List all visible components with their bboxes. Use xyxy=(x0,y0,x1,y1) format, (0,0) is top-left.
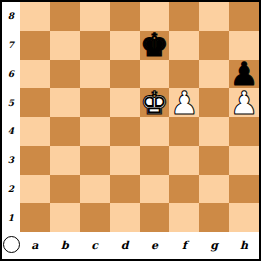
square-h5[interactable]: ♟ xyxy=(229,88,259,117)
square-f2[interactable] xyxy=(169,175,199,204)
square-h4[interactable] xyxy=(229,117,259,146)
white-king[interactable]: ♚ xyxy=(140,89,169,117)
square-d6[interactable] xyxy=(110,60,140,89)
square-b1[interactable] xyxy=(50,203,80,232)
square-g1[interactable] xyxy=(199,203,229,232)
square-c5[interactable] xyxy=(80,88,110,117)
rank-labels: 87654321 xyxy=(2,2,20,232)
rank-label-1: 1 xyxy=(2,203,20,232)
square-a7[interactable] xyxy=(20,31,50,60)
rank-label-7: 7 xyxy=(2,31,20,60)
chess-board: ♚♟♚♟♟ xyxy=(20,2,259,232)
square-d4[interactable] xyxy=(110,117,140,146)
chess-diagram: 87654321 ♚♟♚♟♟ abcdefgh xyxy=(0,0,261,261)
square-e7[interactable]: ♚ xyxy=(140,31,170,60)
rank-label-4: 4 xyxy=(2,117,20,146)
rank-label-3: 3 xyxy=(2,146,20,175)
black-king[interactable]: ♚ xyxy=(140,31,169,59)
square-g2[interactable] xyxy=(199,175,229,204)
square-e1[interactable] xyxy=(140,203,170,232)
square-h8[interactable] xyxy=(229,2,259,31)
square-d3[interactable] xyxy=(110,146,140,175)
square-g4[interactable] xyxy=(199,117,229,146)
square-a3[interactable] xyxy=(20,146,50,175)
file-label-b: b xyxy=(50,232,80,259)
square-h2[interactable] xyxy=(229,175,259,204)
square-g5[interactable] xyxy=(199,88,229,117)
square-b3[interactable] xyxy=(50,146,80,175)
square-c6[interactable] xyxy=(80,60,110,89)
square-d2[interactable] xyxy=(110,175,140,204)
square-b4[interactable] xyxy=(50,117,80,146)
side-to-move-indicator xyxy=(3,236,20,253)
square-h1[interactable] xyxy=(229,203,259,232)
file-label-g: g xyxy=(199,232,229,259)
square-b2[interactable] xyxy=(50,175,80,204)
square-f4[interactable] xyxy=(169,117,199,146)
square-d7[interactable] xyxy=(110,31,140,60)
square-h3[interactable] xyxy=(229,146,259,175)
rank-label-6: 6 xyxy=(2,60,20,89)
square-c3[interactable] xyxy=(80,146,110,175)
square-c1[interactable] xyxy=(80,203,110,232)
square-d5[interactable] xyxy=(110,88,140,117)
square-b7[interactable] xyxy=(50,31,80,60)
square-b6[interactable] xyxy=(50,60,80,89)
square-d8[interactable] xyxy=(110,2,140,31)
file-labels: abcdefgh xyxy=(20,232,259,259)
rank-label-5: 5 xyxy=(2,88,20,117)
square-f7[interactable] xyxy=(169,31,199,60)
square-f5[interactable]: ♟ xyxy=(169,88,199,117)
square-c8[interactable] xyxy=(80,2,110,31)
rank-label-8: 8 xyxy=(2,2,20,31)
file-label-h: h xyxy=(229,232,259,259)
square-g8[interactable] xyxy=(199,2,229,31)
file-label-d: d xyxy=(110,232,140,259)
square-c7[interactable] xyxy=(80,31,110,60)
square-e3[interactable] xyxy=(140,146,170,175)
square-f8[interactable] xyxy=(169,2,199,31)
square-g7[interactable] xyxy=(199,31,229,60)
square-a4[interactable] xyxy=(20,117,50,146)
file-label-f: f xyxy=(169,232,199,259)
square-a6[interactable] xyxy=(20,60,50,89)
square-e5[interactable]: ♚ xyxy=(140,88,170,117)
square-e4[interactable] xyxy=(140,117,170,146)
square-f1[interactable] xyxy=(169,203,199,232)
file-label-a: a xyxy=(20,232,50,259)
square-g6[interactable] xyxy=(199,60,229,89)
rank-label-2: 2 xyxy=(2,175,20,204)
square-a8[interactable] xyxy=(20,2,50,31)
square-a1[interactable] xyxy=(20,203,50,232)
square-c2[interactable] xyxy=(80,175,110,204)
square-f3[interactable] xyxy=(169,146,199,175)
square-c4[interactable] xyxy=(80,117,110,146)
square-a5[interactable] xyxy=(20,88,50,117)
square-b8[interactable] xyxy=(50,2,80,31)
file-label-c: c xyxy=(80,232,110,259)
square-a2[interactable] xyxy=(20,175,50,204)
square-g3[interactable] xyxy=(199,146,229,175)
white-pawn[interactable]: ♟ xyxy=(230,89,259,117)
square-b5[interactable] xyxy=(50,88,80,117)
file-label-e: e xyxy=(140,232,170,259)
square-e2[interactable] xyxy=(140,175,170,204)
square-d1[interactable] xyxy=(110,203,140,232)
white-pawn[interactable]: ♟ xyxy=(170,89,199,117)
